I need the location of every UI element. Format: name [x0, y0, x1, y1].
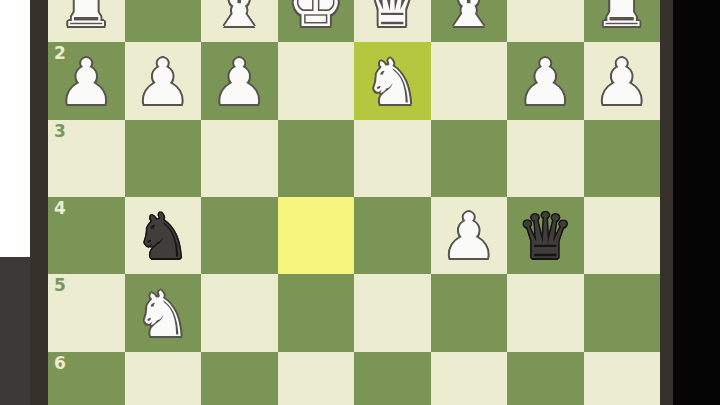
- square-f1[interactable]: ♝: [201, 0, 278, 42]
- square-f5[interactable]: [201, 274, 278, 351]
- square-h5[interactable]: 5: [48, 274, 125, 351]
- square-a6[interactable]: [584, 352, 661, 405]
- square-c4[interactable]: ♟: [431, 197, 508, 274]
- square-b6[interactable]: [507, 352, 584, 405]
- square-f3[interactable]: [201, 120, 278, 197]
- white-bishop-piece[interactable]: ♝: [211, 0, 267, 36]
- rank-label-5: 5: [54, 276, 66, 295]
- square-h3[interactable]: 3: [48, 120, 125, 197]
- square-e5[interactable]: [278, 274, 355, 351]
- square-b2[interactable]: ♟: [507, 42, 584, 119]
- black-queen-piece[interactable]: ♛: [517, 205, 573, 268]
- rank-label-6: 6: [54, 354, 66, 373]
- square-a2[interactable]: ♟: [584, 42, 661, 119]
- square-g3[interactable]: [125, 120, 202, 197]
- white-rook-piece[interactable]: ♜: [58, 0, 114, 36]
- square-h1[interactable]: 1♜: [48, 0, 125, 42]
- square-c2[interactable]: [431, 42, 508, 119]
- square-d6[interactable]: [354, 352, 431, 405]
- white-pawn-piece[interactable]: ♟: [594, 51, 650, 114]
- white-king-piece[interactable]: ♚: [288, 0, 344, 36]
- bottom-left-panel: [0, 257, 30, 405]
- square-c6[interactable]: [431, 352, 508, 405]
- square-h2[interactable]: 2♟: [48, 42, 125, 119]
- white-pawn-piece[interactable]: ♟: [135, 51, 191, 114]
- white-knight-piece[interactable]: ♞: [364, 51, 420, 114]
- square-h4[interactable]: 4: [48, 197, 125, 274]
- square-d1[interactable]: ♛: [354, 0, 431, 42]
- square-e4[interactable]: [278, 197, 355, 274]
- square-a4[interactable]: [584, 197, 661, 274]
- square-a5[interactable]: [584, 274, 661, 351]
- white-pawn-piece[interactable]: ♟: [441, 205, 497, 268]
- white-pawn-piece[interactable]: ♟: [211, 51, 267, 114]
- black-knight-piece[interactable]: ♞: [135, 205, 191, 268]
- square-e1[interactable]: ♚: [278, 0, 355, 42]
- square-d5[interactable]: [354, 274, 431, 351]
- square-f2[interactable]: ♟: [201, 42, 278, 119]
- square-f6[interactable]: [201, 352, 278, 405]
- white-bishop-piece[interactable]: ♝: [441, 0, 497, 36]
- square-g5[interactable]: ♞: [125, 274, 202, 351]
- square-h6[interactable]: 6: [48, 352, 125, 405]
- square-b5[interactable]: [507, 274, 584, 351]
- right-edge-bar: [660, 0, 673, 405]
- square-d3[interactable]: [354, 120, 431, 197]
- square-b1[interactable]: [507, 0, 584, 42]
- white-pawn-piece[interactable]: ♟: [517, 51, 573, 114]
- square-g4[interactable]: ♞: [125, 197, 202, 274]
- square-d2[interactable]: ♞: [354, 42, 431, 119]
- white-queen-piece[interactable]: ♛: [364, 0, 420, 36]
- white-rook-piece[interactable]: ♜: [594, 0, 650, 36]
- screen: 1♜♝♚♛♝♜2♟♟♟♞♟♟34♞♟♛5♞678: [0, 0, 720, 405]
- square-a3[interactable]: [584, 120, 661, 197]
- chess-board[interactable]: 1♜♝♚♛♝♜2♟♟♟♞♟♟34♞♟♛5♞678: [48, 0, 660, 405]
- rank-label-3: 3: [54, 122, 66, 141]
- square-g2[interactable]: ♟: [125, 42, 202, 119]
- white-pawn-piece[interactable]: ♟: [58, 51, 114, 114]
- square-b3[interactable]: [507, 120, 584, 197]
- square-g1[interactable]: [125, 0, 202, 42]
- left-background-panel: [0, 0, 30, 257]
- white-knight-piece[interactable]: ♞: [135, 283, 191, 346]
- square-a1[interactable]: ♜: [584, 0, 661, 42]
- square-e3[interactable]: [278, 120, 355, 197]
- square-c5[interactable]: [431, 274, 508, 351]
- right-letterbox: [673, 0, 720, 405]
- square-b4[interactable]: ♛: [507, 197, 584, 274]
- square-e6[interactable]: [278, 352, 355, 405]
- rank-label-4: 4: [54, 199, 66, 218]
- square-c3[interactable]: [431, 120, 508, 197]
- square-e2[interactable]: [278, 42, 355, 119]
- square-d4[interactable]: [354, 197, 431, 274]
- square-g6[interactable]: [125, 352, 202, 405]
- square-c1[interactable]: ♝: [431, 0, 508, 42]
- square-f4[interactable]: [201, 197, 278, 274]
- left-edge-bar: [30, 0, 48, 405]
